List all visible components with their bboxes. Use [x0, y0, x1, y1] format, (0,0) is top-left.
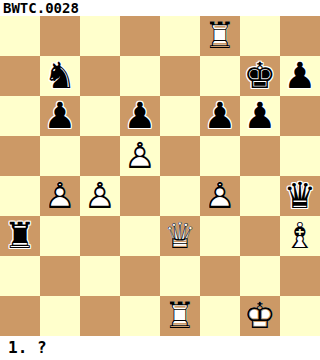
piece-wP-d5[interactable]: ♟♙: [120, 136, 160, 176]
square-d5[interactable]: ♟♙: [120, 136, 160, 176]
square-a3[interactable]: ♜: [0, 216, 40, 256]
piece-wB-h3[interactable]: ♝♗: [280, 216, 320, 256]
piece-bK-g7[interactable]: ♚: [240, 56, 280, 96]
square-d2[interactable]: [120, 256, 160, 296]
square-a5[interactable]: [0, 136, 40, 176]
square-h8[interactable]: [280, 16, 320, 56]
square-b4[interactable]: ♟♙: [40, 176, 80, 216]
square-d7[interactable]: [120, 56, 160, 96]
square-e2[interactable]: [160, 256, 200, 296]
square-d6[interactable]: ♟: [120, 96, 160, 136]
square-d8[interactable]: [120, 16, 160, 56]
square-c8[interactable]: [80, 16, 120, 56]
square-e4[interactable]: [160, 176, 200, 216]
square-f2[interactable]: [200, 256, 240, 296]
square-g8[interactable]: [240, 16, 280, 56]
square-f1[interactable]: [200, 296, 240, 336]
square-c3[interactable]: [80, 216, 120, 256]
piece-glyph-outline: ♕: [160, 216, 200, 256]
square-g4[interactable]: [240, 176, 280, 216]
square-h3[interactable]: ♝♗: [280, 216, 320, 256]
square-b5[interactable]: [40, 136, 80, 176]
square-e6[interactable]: [160, 96, 200, 136]
piece-wR-e1[interactable]: ♜♖: [160, 296, 200, 336]
piece-wP-f4[interactable]: ♟♙: [200, 176, 240, 216]
square-a6[interactable]: [0, 96, 40, 136]
square-h4[interactable]: ♛: [280, 176, 320, 216]
square-f8[interactable]: ♜♖: [200, 16, 240, 56]
square-h2[interactable]: [280, 256, 320, 296]
piece-bR-a3[interactable]: ♜: [0, 216, 40, 256]
square-h6[interactable]: [280, 96, 320, 136]
piece-wP-c4[interactable]: ♟♙: [80, 176, 120, 216]
piece-bP-d6[interactable]: ♟: [120, 96, 160, 136]
square-b8[interactable]: [40, 16, 80, 56]
square-c7[interactable]: [80, 56, 120, 96]
square-g1[interactable]: ♚♔: [240, 296, 280, 336]
piece-bP-f6[interactable]: ♟: [200, 96, 240, 136]
square-e5[interactable]: [160, 136, 200, 176]
square-h7[interactable]: ♟: [280, 56, 320, 96]
piece-bP-g6[interactable]: ♟: [240, 96, 280, 136]
square-d4[interactable]: [120, 176, 160, 216]
square-c2[interactable]: [80, 256, 120, 296]
square-f5[interactable]: [200, 136, 240, 176]
square-e8[interactable]: [160, 16, 200, 56]
square-c4[interactable]: ♟♙: [80, 176, 120, 216]
piece-bP-h7[interactable]: ♟: [280, 56, 320, 96]
piece-wK-g1[interactable]: ♚♔: [240, 296, 280, 336]
square-g3[interactable]: [240, 216, 280, 256]
square-b3[interactable]: [40, 216, 80, 256]
piece-glyph-outline: ♔: [240, 296, 280, 336]
square-c6[interactable]: [80, 96, 120, 136]
square-f4[interactable]: ♟♙: [200, 176, 240, 216]
square-a7[interactable]: [0, 56, 40, 96]
chess-board: ♜♖♞♚♟♟♟♟♟♟♙♟♙♟♙♟♙♛♜♛♕♝♗♜♖♚♔: [0, 16, 320, 336]
piece-wQ-e3[interactable]: ♛♕: [160, 216, 200, 256]
square-h1[interactable]: [280, 296, 320, 336]
square-c5[interactable]: [80, 136, 120, 176]
square-a2[interactable]: [0, 256, 40, 296]
piece-glyph-outline: ♙: [40, 176, 80, 216]
piece-wP-b4[interactable]: ♟♙: [40, 176, 80, 216]
square-f3[interactable]: [200, 216, 240, 256]
puzzle-title: BWTC.0028: [3, 0, 79, 16]
square-d1[interactable]: [120, 296, 160, 336]
square-f6[interactable]: ♟: [200, 96, 240, 136]
move-prompt: 1. ?: [8, 336, 47, 360]
chess-puzzle-app: BWTC.0028 ♜♖♞♚♟♟♟♟♟♟♙♟♙♟♙♟♙♛♜♛♕♝♗♜♖♚♔ 1.…: [0, 0, 320, 360]
piece-glyph-outline: ♙: [200, 176, 240, 216]
square-h5[interactable]: [280, 136, 320, 176]
square-g5[interactable]: [240, 136, 280, 176]
piece-glyph-outline: ♙: [120, 136, 160, 176]
square-b7[interactable]: ♞: [40, 56, 80, 96]
square-e7[interactable]: [160, 56, 200, 96]
piece-wR-f8[interactable]: ♜♖: [200, 16, 240, 56]
piece-glyph-outline: ♖: [160, 296, 200, 336]
square-b2[interactable]: [40, 256, 80, 296]
square-f7[interactable]: [200, 56, 240, 96]
piece-glyph-outline: ♖: [200, 16, 240, 56]
piece-glyph-outline: ♙: [80, 176, 120, 216]
piece-glyph-outline: ♗: [280, 216, 320, 256]
piece-bQ-h4[interactable]: ♛: [280, 176, 320, 216]
square-a4[interactable]: [0, 176, 40, 216]
square-g7[interactable]: ♚: [240, 56, 280, 96]
square-e1[interactable]: ♜♖: [160, 296, 200, 336]
square-e3[interactable]: ♛♕: [160, 216, 200, 256]
square-d3[interactable]: [120, 216, 160, 256]
square-b6[interactable]: ♟: [40, 96, 80, 136]
square-a8[interactable]: [0, 16, 40, 56]
square-a1[interactable]: [0, 296, 40, 336]
square-c1[interactable]: [80, 296, 120, 336]
square-b1[interactable]: [40, 296, 80, 336]
piece-bP-b6[interactable]: ♟: [40, 96, 80, 136]
piece-bN-b7[interactable]: ♞: [40, 56, 80, 96]
square-g2[interactable]: [240, 256, 280, 296]
square-g6[interactable]: ♟: [240, 96, 280, 136]
